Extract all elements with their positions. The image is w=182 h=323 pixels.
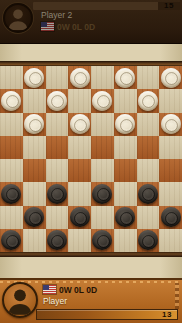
- board-square-r0c1[interactable]: [23, 66, 46, 89]
- board-square-r3c2[interactable]: [46, 136, 69, 159]
- board-square-r5c7[interactable]: [159, 182, 182, 205]
- opponent-avatar: [3, 3, 33, 33]
- board-square-r2c6[interactable]: [137, 113, 160, 136]
- us-flag-icon: [41, 22, 54, 31]
- board: [0, 66, 182, 252]
- white-checker[interactable]: [138, 91, 158, 111]
- black-checker[interactable]: [115, 207, 135, 227]
- opponent-info: Player 2 0W 0L 0D: [41, 10, 95, 32]
- white-checker[interactable]: [161, 68, 181, 88]
- board-square-r4c7[interactable]: [159, 159, 182, 182]
- checkers-app-screen: 15 Player 2 0W 0L 0D: [0, 0, 182, 323]
- black-checker[interactable]: [1, 184, 21, 204]
- board-square-r3c0[interactable]: [0, 136, 23, 159]
- black-checker[interactable]: [1, 230, 21, 250]
- player-record: 0W 0L 0D: [59, 285, 97, 295]
- board-square-r1c7[interactable]: [159, 89, 182, 112]
- board-square-r2c7[interactable]: [159, 113, 182, 136]
- player-timer-bar: 13: [36, 309, 178, 320]
- board-square-r1c5[interactable]: [114, 89, 137, 112]
- board-square-r3c3[interactable]: [68, 136, 91, 159]
- black-checker[interactable]: [47, 184, 67, 204]
- black-checker[interactable]: [70, 207, 90, 227]
- board-square-r3c7[interactable]: [159, 136, 182, 159]
- black-checker[interactable]: [24, 207, 44, 227]
- board-square-r1c1[interactable]: [23, 89, 46, 112]
- board-square-r0c3[interactable]: [68, 66, 91, 89]
- board-square-r1c2[interactable]: [46, 89, 69, 112]
- board-square-r6c6[interactable]: [137, 206, 160, 229]
- board-square-r4c2[interactable]: [46, 159, 69, 182]
- white-checker[interactable]: [47, 91, 67, 111]
- person-silhouette-icon: [5, 5, 31, 31]
- board-square-r6c0[interactable]: [0, 206, 23, 229]
- black-checker[interactable]: [92, 184, 112, 204]
- black-checker[interactable]: [138, 184, 158, 204]
- board-square-r4c3[interactable]: [68, 159, 91, 182]
- table-background-bottom: [0, 257, 182, 278]
- board-square-r7c6[interactable]: [137, 229, 160, 252]
- white-checker[interactable]: [24, 114, 44, 134]
- board-square-r5c6[interactable]: [137, 182, 160, 205]
- person-silhouette-icon: [4, 284, 36, 316]
- table-background-top: [0, 44, 182, 61]
- opponent-record-row: 0W 0L 0D: [41, 21, 95, 32]
- black-checker[interactable]: [92, 230, 112, 250]
- board-square-r7c7[interactable]: [159, 229, 182, 252]
- player-panel: 0W 0L 0D Player 13: [0, 278, 182, 323]
- opponent-name: Player 2: [41, 10, 95, 21]
- white-checker[interactable]: [161, 114, 181, 134]
- board-square-r2c4[interactable]: [91, 113, 114, 136]
- board-square-r3c5[interactable]: [114, 136, 137, 159]
- board-square-r4c4[interactable]: [91, 159, 114, 182]
- board-square-r5c3[interactable]: [68, 182, 91, 205]
- board-square-r7c2[interactable]: [46, 229, 69, 252]
- board-bottom-edge: [0, 252, 182, 257]
- board-square-r4c1[interactable]: [23, 159, 46, 182]
- board-square-r1c0[interactable]: [0, 89, 23, 112]
- white-checker[interactable]: [92, 91, 112, 111]
- board-square-r2c3[interactable]: [68, 113, 91, 136]
- player-avatar: [2, 282, 38, 318]
- board-square-r7c3[interactable]: [68, 229, 91, 252]
- board-square-r2c2[interactable]: [46, 113, 69, 136]
- board-square-r2c5[interactable]: [114, 113, 137, 136]
- board-square-r4c6[interactable]: [137, 159, 160, 182]
- player-timer-value: 13: [162, 310, 177, 319]
- white-checker[interactable]: [70, 114, 90, 134]
- black-checker[interactable]: [138, 230, 158, 250]
- board-square-r3c6[interactable]: [137, 136, 160, 159]
- board-square-r2c1[interactable]: [23, 113, 46, 136]
- board-square-r4c0[interactable]: [0, 159, 23, 182]
- board-square-r5c0[interactable]: [0, 182, 23, 205]
- white-checker[interactable]: [115, 68, 135, 88]
- board-square-r6c7[interactable]: [159, 206, 182, 229]
- white-checker[interactable]: [70, 68, 90, 88]
- board-square-r0c5[interactable]: [114, 66, 137, 89]
- board-square-r7c1[interactable]: [23, 229, 46, 252]
- board-square-r5c4[interactable]: [91, 182, 114, 205]
- board-square-r6c1[interactable]: [23, 206, 46, 229]
- black-checker[interactable]: [47, 230, 67, 250]
- board-square-r0c7[interactable]: [159, 66, 182, 89]
- board-square-r6c5[interactable]: [114, 206, 137, 229]
- player-info: 0W 0L 0D Player: [43, 284, 97, 307]
- board-square-r5c1[interactable]: [23, 182, 46, 205]
- us-flag-icon: [43, 285, 56, 294]
- board-square-r3c4[interactable]: [91, 136, 114, 159]
- board-square-r5c2[interactable]: [46, 182, 69, 205]
- black-checker[interactable]: [161, 207, 181, 227]
- board-square-r0c0[interactable]: [0, 66, 23, 89]
- opponent-timer-bar: 15: [33, 2, 180, 10]
- board-square-r7c5[interactable]: [114, 229, 137, 252]
- board-square-r7c0[interactable]: [0, 229, 23, 252]
- board-square-r0c2[interactable]: [46, 66, 69, 89]
- board-square-r3c1[interactable]: [23, 136, 46, 159]
- white-checker[interactable]: [24, 68, 44, 88]
- player-record-row: 0W 0L 0D: [43, 284, 97, 295]
- board-square-r0c4[interactable]: [91, 66, 114, 89]
- board-square-r1c3[interactable]: [68, 89, 91, 112]
- board-square-r6c3[interactable]: [68, 206, 91, 229]
- white-checker[interactable]: [115, 114, 135, 134]
- white-checker[interactable]: [1, 91, 21, 111]
- player-name: Player: [43, 295, 97, 307]
- opponent-timer-value: 15: [158, 2, 180, 10]
- board-square-r4c5[interactable]: [114, 159, 137, 182]
- board-square-r1c6[interactable]: [137, 89, 160, 112]
- opponent-record: 0W 0L 0D: [57, 22, 95, 32]
- board-square-r2c0[interactable]: [0, 113, 23, 136]
- opponent-panel: 15 Player 2 0W 0L 0D: [0, 0, 182, 44]
- board-square-r6c2[interactable]: [46, 206, 69, 229]
- board-square-r0c6[interactable]: [137, 66, 160, 89]
- board-square-r1c4[interactable]: [91, 89, 114, 112]
- board-square-r7c4[interactable]: [91, 229, 114, 252]
- board-square-r6c4[interactable]: [91, 206, 114, 229]
- board-square-r5c5[interactable]: [114, 182, 137, 205]
